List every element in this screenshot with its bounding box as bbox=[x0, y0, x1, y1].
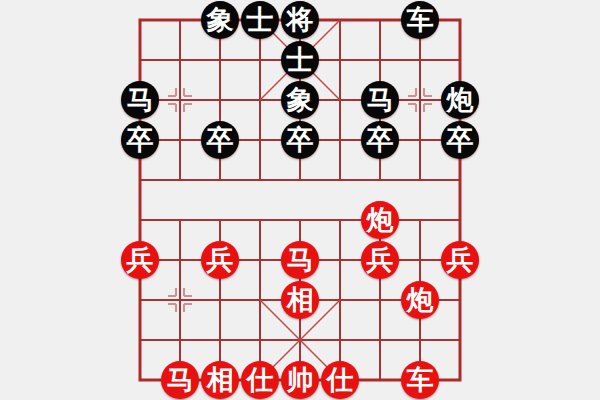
board-point: 马 bbox=[360, 80, 400, 120]
board-point: 炮 bbox=[400, 280, 440, 320]
piece-black-soldier[interactable]: 卒 bbox=[441, 121, 479, 159]
board-point: 马 bbox=[160, 360, 200, 400]
board-point: 兵 bbox=[360, 240, 400, 280]
piece-red-horse[interactable]: 马 bbox=[161, 361, 199, 399]
board-point: 士 bbox=[280, 40, 320, 80]
board-point: 象 bbox=[280, 80, 320, 120]
piece-black-cannon[interactable]: 炮 bbox=[441, 81, 479, 119]
board-point: 车 bbox=[400, 0, 440, 40]
board-point: 仕 bbox=[320, 360, 360, 400]
piece-red-soldier[interactable]: 兵 bbox=[121, 241, 159, 279]
board-point: 卒 bbox=[280, 120, 320, 160]
piece-red-soldier[interactable]: 兵 bbox=[361, 241, 399, 279]
board-point: 马 bbox=[120, 80, 160, 120]
piece-black-soldier[interactable]: 卒 bbox=[281, 121, 319, 159]
board-point: 卒 bbox=[120, 120, 160, 160]
piece-red-soldier[interactable]: 兵 bbox=[201, 241, 239, 279]
piece-black-general[interactable]: 将 bbox=[281, 1, 319, 39]
piece-red-general[interactable]: 帅 bbox=[281, 361, 319, 399]
board-point: 相 bbox=[200, 360, 240, 400]
board-point: 炮 bbox=[440, 80, 480, 120]
piece-red-cannon[interactable]: 炮 bbox=[361, 201, 399, 239]
piece-black-soldier[interactable]: 卒 bbox=[201, 121, 239, 159]
board-point: 卒 bbox=[200, 120, 240, 160]
piece-red-soldier[interactable]: 兵 bbox=[441, 241, 479, 279]
piece-red-advisor[interactable]: 仕 bbox=[241, 361, 279, 399]
piece-red-elephant[interactable]: 相 bbox=[201, 361, 239, 399]
piece-black-elephant[interactable]: 象 bbox=[281, 81, 319, 119]
board-point: 马 bbox=[280, 240, 320, 280]
board-point: 士 bbox=[240, 0, 280, 40]
xiangqi-board: 象士将车士马象马炮卒卒卒卒卒炮兵兵马兵兵相炮马相仕帅仕车 bbox=[0, 0, 600, 400]
board-point: 帅 bbox=[280, 360, 320, 400]
piece-red-horse[interactable]: 马 bbox=[281, 241, 319, 279]
piece-black-horse[interactable]: 马 bbox=[361, 81, 399, 119]
board-point: 仕 bbox=[240, 360, 280, 400]
board-point: 车 bbox=[400, 360, 440, 400]
piece-black-advisor[interactable]: 士 bbox=[281, 41, 319, 79]
board-point: 象 bbox=[200, 0, 240, 40]
board-point: 卒 bbox=[440, 120, 480, 160]
board-point: 兵 bbox=[440, 240, 480, 280]
piece-black-horse[interactable]: 马 bbox=[121, 81, 159, 119]
board-point: 相 bbox=[280, 280, 320, 320]
piece-black-soldier[interactable]: 卒 bbox=[121, 121, 159, 159]
board-point: 将 bbox=[280, 0, 320, 40]
piece-red-cannon[interactable]: 炮 bbox=[401, 281, 439, 319]
board-point: 兵 bbox=[120, 240, 160, 280]
xiangqi-screen: 象士将车士马象马炮卒卒卒卒卒炮兵兵马兵兵相炮马相仕帅仕车 bbox=[0, 0, 600, 400]
pieces-grid: 象士将车士马象马炮卒卒卒卒卒炮兵兵马兵兵相炮马相仕帅仕车 bbox=[120, 0, 480, 400]
board-point: 卒 bbox=[360, 120, 400, 160]
board-point: 兵 bbox=[200, 240, 240, 280]
piece-black-advisor[interactable]: 士 bbox=[241, 1, 279, 39]
piece-red-advisor[interactable]: 仕 bbox=[321, 361, 359, 399]
piece-red-elephant[interactable]: 相 bbox=[281, 281, 319, 319]
piece-black-soldier[interactable]: 卒 bbox=[361, 121, 399, 159]
piece-black-elephant[interactable]: 象 bbox=[201, 1, 239, 39]
piece-black-chariot[interactable]: 车 bbox=[401, 1, 439, 39]
piece-red-chariot[interactable]: 车 bbox=[401, 361, 439, 399]
board-point: 炮 bbox=[360, 200, 400, 240]
